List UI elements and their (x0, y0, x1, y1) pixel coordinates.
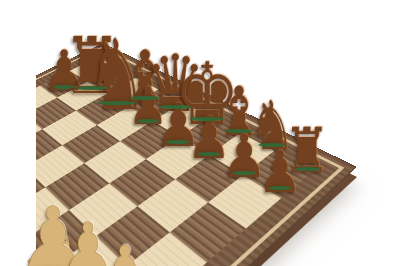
felt-base (225, 129, 252, 133)
felt-base (159, 105, 191, 109)
felt-base (138, 119, 159, 123)
felt-base (295, 167, 320, 171)
felt-base (232, 171, 256, 175)
piece-light-pawn: ♟ (95, 236, 156, 266)
pieces-layer: ♟♜♞♝♟♛♟♚♟♝♟♞♟♜♞♟♟♟ (0, 0, 400, 266)
piece-dark-rook: ♜ (283, 120, 330, 182)
felt-base (190, 117, 224, 121)
felt-base (258, 143, 285, 147)
felt-base (97, 101, 136, 105)
felt-base (268, 186, 291, 190)
felt-base (131, 96, 160, 100)
felt-base (197, 152, 220, 156)
felt-base (166, 140, 190, 144)
chess-set-photo: ♟♜♞♝♟♛♟♚♟♝♟♞♟♜♞♟♟♟ (0, 0, 400, 266)
felt-base (76, 86, 107, 90)
